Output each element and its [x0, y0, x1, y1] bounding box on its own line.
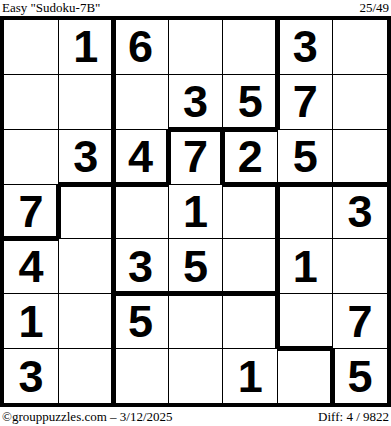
cell-r3c4[interactable]: 7 [169, 130, 223, 184]
given-digit: 1 [293, 244, 318, 289]
cell-r6c3[interactable]: 5 [114, 294, 168, 348]
cell-r1c2[interactable]: 1 [59, 20, 113, 74]
copyright-date: ©grouppuzzles.com – 3/12/2025 [2, 410, 173, 424]
header: Easy "Sudoku-7B" 25/49 [0, 0, 391, 16]
given-digit: 5 [238, 79, 263, 124]
given-digit: 2 [238, 134, 263, 179]
cell-r7c6[interactable] [278, 349, 332, 403]
cell-r6c2[interactable] [59, 294, 113, 348]
cell-r6c5[interactable] [223, 294, 277, 348]
given-digit: 6 [128, 24, 153, 69]
cell-r4c1[interactable]: 7 [4, 185, 58, 239]
given-digit: 3 [183, 79, 208, 124]
cell-r5c7[interactable] [333, 239, 387, 293]
given-digit: 7 [183, 134, 208, 179]
given-digit: 3 [73, 134, 98, 179]
cell-r2c5[interactable]: 5 [223, 75, 277, 129]
given-digit: 7 [18, 189, 43, 234]
cell-r7c1[interactable]: 3 [4, 349, 58, 403]
cell-r4c3[interactable] [114, 185, 168, 239]
cell-r1c3[interactable]: 6 [114, 20, 168, 74]
given-digit: 4 [18, 244, 43, 289]
cell-r3c7[interactable] [333, 130, 387, 184]
difficulty-rating: Diff: 4 / 9822 [318, 410, 389, 424]
cell-r3c1[interactable] [4, 130, 58, 184]
cell-r6c4[interactable] [169, 294, 223, 348]
given-digit: 1 [73, 24, 98, 69]
cell-r2c4[interactable]: 3 [169, 75, 223, 129]
given-digit: 3 [293, 24, 318, 69]
given-digit: 1 [18, 299, 43, 344]
cell-r2c2[interactable] [59, 75, 113, 129]
cell-r5c6[interactable]: 1 [278, 239, 332, 293]
given-digit: 3 [128, 244, 153, 289]
cell-r1c4[interactable] [169, 20, 223, 74]
cell-r2c6[interactable]: 7 [278, 75, 332, 129]
footer: ©grouppuzzles.com – 3/12/2025 Diff: 4 / … [0, 408, 391, 426]
cell-r4c2[interactable] [59, 185, 113, 239]
cell-r6c1[interactable]: 1 [4, 294, 58, 348]
cell-r7c2[interactable] [59, 349, 113, 403]
sudoku-board: 163357347257134351157315 [0, 16, 391, 407]
given-digit: 5 [348, 354, 373, 399]
cell-r5c2[interactable] [59, 239, 113, 293]
cell-r5c5[interactable] [223, 239, 277, 293]
cell-r4c6[interactable] [278, 185, 332, 239]
cell-r7c3[interactable] [114, 349, 168, 403]
cell-r3c2[interactable]: 3 [59, 130, 113, 184]
given-digit: 7 [293, 79, 318, 124]
cell-r4c7[interactable]: 3 [333, 185, 387, 239]
given-counter: 25/49 [359, 1, 389, 15]
given-digit: 5 [128, 299, 153, 344]
given-digit: 7 [348, 299, 373, 344]
cell-r4c4[interactable]: 1 [169, 185, 223, 239]
cell-r4c5[interactable] [223, 185, 277, 239]
given-digit: 1 [238, 354, 263, 399]
cell-r2c7[interactable] [333, 75, 387, 129]
cell-r7c7[interactable]: 5 [333, 349, 387, 403]
puzzle-title: Easy "Sudoku-7B" [2, 1, 100, 15]
cell-r7c5[interactable]: 1 [223, 349, 277, 403]
given-digit: 5 [293, 134, 318, 179]
cell-r3c5[interactable]: 2 [223, 130, 277, 184]
given-digit: 1 [183, 189, 208, 234]
cell-r7c4[interactable] [169, 349, 223, 403]
cell-r1c6[interactable]: 3 [278, 20, 332, 74]
cell-r6c6[interactable] [278, 294, 332, 348]
cell-r5c4[interactable]: 5 [169, 239, 223, 293]
cell-r1c7[interactable] [333, 20, 387, 74]
cell-r2c3[interactable] [114, 75, 168, 129]
cell-r2c1[interactable] [4, 75, 58, 129]
given-digit: 4 [128, 134, 153, 179]
puzzle-page: Easy "Sudoku-7B" 25/49 16335734725713435… [0, 0, 391, 426]
cell-r1c5[interactable] [223, 20, 277, 74]
cell-r5c1[interactable]: 4 [4, 239, 58, 293]
given-digit: 3 [348, 189, 373, 234]
cell-r1c1[interactable] [4, 20, 58, 74]
cell-r6c7[interactable]: 7 [333, 294, 387, 348]
given-digit: 3 [18, 354, 43, 399]
cell-r3c6[interactable]: 5 [278, 130, 332, 184]
given-digit: 5 [183, 244, 208, 289]
cell-r5c3[interactable]: 3 [114, 239, 168, 293]
cell-r3c3[interactable]: 4 [114, 130, 168, 184]
